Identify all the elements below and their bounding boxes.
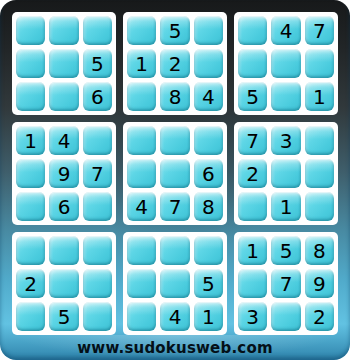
cell-digit: 8	[313, 241, 326, 261]
sudoku-cell-r6c9[interactable]	[305, 192, 334, 221]
sudoku-cell-r6c6[interactable]: 8	[194, 192, 223, 221]
cell-digit: 2	[24, 274, 37, 294]
sudoku-cell-r2c3[interactable]: 5	[83, 49, 112, 78]
sudoku-cell-r6c4[interactable]: 4	[127, 192, 156, 221]
cell-digit: 8	[169, 87, 182, 107]
sudoku-cell-r1c7[interactable]	[238, 16, 267, 45]
cell-digit: 7	[91, 164, 104, 184]
cell-digit: 5	[202, 274, 215, 294]
site-footer: www.sudokusweb.com	[0, 335, 350, 360]
sudoku-cell-r4c5[interactable]	[160, 126, 189, 155]
sudoku-cell-r3c8[interactable]	[271, 82, 300, 111]
sudoku-cell-r1c9[interactable]: 7	[305, 16, 334, 45]
sudoku-cell-r1c2[interactable]	[49, 16, 78, 45]
sudoku-cell-r3c2[interactable]	[49, 82, 78, 111]
sudoku-cell-r6c7[interactable]	[238, 192, 267, 221]
sudoku-cell-r9c9[interactable]: 2	[305, 302, 334, 331]
cell-digit: 5	[91, 54, 104, 74]
sudoku-cell-r3c4[interactable]	[127, 82, 156, 111]
sudoku-cell-r2c1[interactable]	[16, 49, 45, 78]
sudoku-cell-r6c1[interactable]	[16, 192, 45, 221]
sudoku-cell-r5c5[interactable]	[160, 159, 189, 188]
cell-digit: 3	[246, 307, 259, 327]
sudoku-cell-r8c1[interactable]: 2	[16, 269, 45, 298]
sudoku-cell-r7c2[interactable]	[49, 236, 78, 265]
cell-digit: 4	[135, 197, 148, 217]
cell-digit: 5	[280, 241, 293, 261]
sudoku-cell-r5c2[interactable]: 9	[49, 159, 78, 188]
sudoku-cell-r5c6[interactable]: 6	[194, 159, 223, 188]
sudoku-cell-r8c7[interactable]	[238, 269, 267, 298]
sudoku-cell-r5c8[interactable]	[271, 159, 300, 188]
cell-digit: 5	[246, 87, 259, 107]
sudoku-cell-r2c6[interactable]	[194, 49, 223, 78]
cell-digit: 4	[280, 21, 293, 41]
sudoku-cell-r4c6[interactable]	[194, 126, 223, 155]
cell-digit: 1	[246, 241, 259, 261]
sudoku-cell-r7c8[interactable]: 5	[271, 236, 300, 265]
sudoku-cell-r9c6[interactable]: 1	[194, 302, 223, 331]
sudoku-grid: 565128447511497664787321255411587932	[12, 12, 338, 335]
cell-digit: 1	[280, 197, 293, 217]
sudoku-cell-r5c9[interactable]	[305, 159, 334, 188]
sudoku-cell-r1c5[interactable]: 5	[160, 16, 189, 45]
sudoku-cell-r1c1[interactable]	[16, 16, 45, 45]
sudoku-cell-r5c1[interactable]	[16, 159, 45, 188]
footer-url[interactable]: www.sudokusweb.com	[77, 339, 272, 357]
cell-digit: 7	[246, 131, 259, 151]
cell-digit: 6	[58, 197, 71, 217]
cell-digit: 7	[169, 197, 182, 217]
sudoku-cell-r8c3[interactable]	[83, 269, 112, 298]
cell-digit: 7	[280, 274, 293, 294]
cell-digit: 4	[202, 87, 215, 107]
sudoku-cell-r7c1[interactable]	[16, 236, 45, 265]
sudoku-cell-r6c8[interactable]: 1	[271, 192, 300, 221]
sudoku-cell-r8c6[interactable]: 5	[194, 269, 223, 298]
sudoku-cell-r4c2[interactable]: 4	[49, 126, 78, 155]
sudoku-box-7: 25	[12, 232, 116, 335]
cell-digit: 2	[313, 307, 326, 327]
sudoku-cell-r9c7[interactable]: 3	[238, 302, 267, 331]
sudoku-cell-r4c4[interactable]	[127, 126, 156, 155]
sudoku-cell-r9c1[interactable]	[16, 302, 45, 331]
sudoku-cell-r1c3[interactable]	[83, 16, 112, 45]
sudoku-cell-r1c6[interactable]	[194, 16, 223, 45]
sudoku-cell-r3c6[interactable]: 4	[194, 82, 223, 111]
sudoku-cell-r2c2[interactable]	[49, 49, 78, 78]
sudoku-cell-r3c7[interactable]: 5	[238, 82, 267, 111]
sudoku-cell-r7c7[interactable]: 1	[238, 236, 267, 265]
sudoku-cell-r8c8[interactable]: 7	[271, 269, 300, 298]
sudoku-cell-r2c8[interactable]	[271, 49, 300, 78]
cell-digit: 3	[280, 131, 293, 151]
sudoku-cell-r8c4[interactable]	[127, 269, 156, 298]
cell-digit: 6	[202, 164, 215, 184]
sudoku-cell-r6c5[interactable]: 7	[160, 192, 189, 221]
sudoku-cell-r9c4[interactable]	[127, 302, 156, 331]
sudoku-cell-r2c4[interactable]: 1	[127, 49, 156, 78]
cell-digit: 7	[313, 21, 326, 41]
cell-digit: 1	[135, 54, 148, 74]
sudoku-cell-r2c9[interactable]	[305, 49, 334, 78]
sudoku-cell-r7c6[interactable]	[194, 236, 223, 265]
cell-digit: 8	[202, 197, 215, 217]
sudoku-cell-r5c3[interactable]: 7	[83, 159, 112, 188]
sudoku-cell-r3c9[interactable]: 1	[305, 82, 334, 111]
cell-digit: 5	[58, 307, 71, 327]
sudoku-cell-r4c7[interactable]: 7	[238, 126, 267, 155]
cell-digit: 1	[313, 87, 326, 107]
sudoku-cell-r8c9[interactable]: 9	[305, 269, 334, 298]
sudoku-cell-r2c5[interactable]: 2	[160, 49, 189, 78]
cell-digit: 4	[58, 131, 71, 151]
sudoku-cell-r6c3[interactable]	[83, 192, 112, 221]
sudoku-box-1: 56	[12, 12, 116, 115]
sudoku-cell-r1c8[interactable]: 4	[271, 16, 300, 45]
sudoku-box-9: 1587932	[234, 232, 338, 335]
sudoku-cell-r7c9[interactable]: 8	[305, 236, 334, 265]
cell-digit: 2	[169, 54, 182, 74]
sudoku-cell-r9c3[interactable]	[83, 302, 112, 331]
sudoku-cell-r8c5[interactable]	[160, 269, 189, 298]
sudoku-cell-r3c3[interactable]: 6	[83, 82, 112, 111]
cell-digit: 6	[91, 87, 104, 107]
sudoku-cell-r7c4[interactable]	[127, 236, 156, 265]
sudoku-cell-r6c2[interactable]: 6	[49, 192, 78, 221]
sudoku-cell-r4c1[interactable]: 1	[16, 126, 45, 155]
cell-digit: 5	[169, 21, 182, 41]
sudoku-cell-r9c8[interactable]	[271, 302, 300, 331]
sudoku-box-4: 14976	[12, 122, 116, 225]
sudoku-cell-r4c3[interactable]	[83, 126, 112, 155]
sudoku-box-2: 51284	[123, 12, 227, 115]
cell-digit: 4	[169, 307, 182, 327]
sudoku-cell-r5c4[interactable]	[127, 159, 156, 188]
sudoku-cell-r4c9[interactable]	[305, 126, 334, 155]
cell-digit: 1	[24, 131, 37, 151]
sudoku-cell-r7c5[interactable]	[160, 236, 189, 265]
cell-digit: 9	[313, 274, 326, 294]
cell-digit: 9	[58, 164, 71, 184]
sudoku-cell-r7c3[interactable]	[83, 236, 112, 265]
sudoku-cell-r4c8[interactable]: 3	[271, 126, 300, 155]
sudoku-cell-r3c5[interactable]: 8	[160, 82, 189, 111]
sudoku-box-3: 4751	[234, 12, 338, 115]
cell-digit: 1	[202, 307, 215, 327]
sudoku-cell-r9c2[interactable]: 5	[49, 302, 78, 331]
sudoku-cell-r5c7[interactable]: 2	[238, 159, 267, 188]
sudoku-cell-r1c4[interactable]	[127, 16, 156, 45]
cell-digit: 2	[246, 164, 259, 184]
sudoku-cell-r2c7[interactable]	[238, 49, 267, 78]
sudoku-board-frame: 565128447511497664787321255411587932 www…	[0, 0, 350, 360]
sudoku-box-6: 7321	[234, 122, 338, 225]
sudoku-cell-r9c5[interactable]: 4	[160, 302, 189, 331]
sudoku-box-5: 6478	[123, 122, 227, 225]
sudoku-cell-r8c2[interactable]	[49, 269, 78, 298]
sudoku-cell-r3c1[interactable]	[16, 82, 45, 111]
sudoku-box-8: 541	[123, 232, 227, 335]
